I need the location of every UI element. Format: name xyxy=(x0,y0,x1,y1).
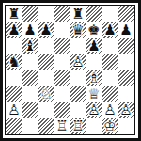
piece-black-pawn: ♟ xyxy=(87,38,100,54)
square-e1[interactable]: ♖ xyxy=(70,118,86,134)
square-h5[interactable] xyxy=(118,54,134,70)
square-b6[interactable]: ♝ xyxy=(22,38,38,54)
square-b4[interactable] xyxy=(22,70,38,86)
square-c2[interactable] xyxy=(38,102,54,118)
square-c1[interactable] xyxy=(38,118,54,134)
square-e7[interactable]: ♛ xyxy=(70,22,86,38)
square-b2[interactable] xyxy=(22,102,38,118)
piece-black-pawn: ♟ xyxy=(119,22,132,38)
piece-white-knight: ♘ xyxy=(39,86,52,102)
square-b3[interactable] xyxy=(22,86,38,102)
square-h1[interactable] xyxy=(118,118,134,134)
square-f6[interactable]: ♟ xyxy=(86,38,102,54)
square-f7[interactable]: ♚ xyxy=(86,22,102,38)
square-e3[interactable] xyxy=(70,86,86,102)
square-g4[interactable] xyxy=(102,70,118,86)
square-a6[interactable] xyxy=(6,38,22,54)
square-c7[interactable]: ♟ xyxy=(38,22,54,38)
piece-black-pawn: ♟ xyxy=(39,22,52,38)
square-g7[interactable]: ♟ xyxy=(102,22,118,38)
square-h3[interactable] xyxy=(118,86,134,102)
square-c5[interactable] xyxy=(38,54,54,70)
square-f5[interactable] xyxy=(86,54,102,70)
square-g3[interactable] xyxy=(102,86,118,102)
square-b8[interactable] xyxy=(22,6,38,22)
square-h2[interactable]: ♙ xyxy=(118,102,134,118)
piece-black-rook: ♜ xyxy=(71,6,84,22)
square-d3[interactable] xyxy=(54,86,70,102)
square-d8[interactable] xyxy=(54,6,70,22)
board-frame: ♜♜♟♟♟♛♚♟♟♝♟♞♙♗♘♕♙♙♙♙♖♖♔ xyxy=(0,0,141,141)
square-b7[interactable]: ♟ xyxy=(22,22,38,38)
piece-black-rook: ♜ xyxy=(7,6,20,22)
square-g8[interactable] xyxy=(102,6,118,22)
square-a7[interactable]: ♟ xyxy=(6,22,22,38)
square-c6[interactable] xyxy=(38,38,54,54)
piece-white-pawn: ♙ xyxy=(71,54,84,70)
piece-white-king: ♔ xyxy=(103,118,116,134)
square-d5[interactable] xyxy=(54,54,70,70)
piece-white-pawn: ♙ xyxy=(87,102,100,118)
square-d1[interactable]: ♖ xyxy=(54,118,70,134)
piece-white-rook: ♖ xyxy=(71,118,84,134)
piece-white-pawn: ♙ xyxy=(119,102,132,118)
piece-black-knight: ♞ xyxy=(7,54,20,70)
square-g1[interactable]: ♔ xyxy=(102,118,118,134)
square-e8[interactable]: ♜ xyxy=(70,6,86,22)
square-e4[interactable] xyxy=(70,70,86,86)
square-f2[interactable]: ♙ xyxy=(86,102,102,118)
square-e6[interactable] xyxy=(70,38,86,54)
square-a8[interactable]: ♜ xyxy=(6,6,22,22)
square-h6[interactable] xyxy=(118,38,134,54)
square-a4[interactable] xyxy=(6,70,22,86)
square-g6[interactable] xyxy=(102,38,118,54)
square-h7[interactable]: ♟ xyxy=(118,22,134,38)
square-a2[interactable]: ♙ xyxy=(6,102,22,118)
square-f3[interactable]: ♕ xyxy=(86,86,102,102)
square-d6[interactable] xyxy=(54,38,70,54)
square-h8[interactable] xyxy=(118,6,134,22)
piece-white-pawn: ♙ xyxy=(7,102,20,118)
piece-white-rook: ♖ xyxy=(55,118,68,134)
square-f8[interactable] xyxy=(86,6,102,22)
square-b1[interactable] xyxy=(22,118,38,134)
piece-white-pawn: ♙ xyxy=(103,102,116,118)
square-b5[interactable] xyxy=(22,54,38,70)
piece-black-pawn: ♟ xyxy=(103,22,116,38)
square-d7[interactable] xyxy=(54,22,70,38)
square-e2[interactable] xyxy=(70,102,86,118)
square-e5[interactable]: ♙ xyxy=(70,54,86,70)
square-a3[interactable] xyxy=(6,86,22,102)
piece-white-bishop: ♗ xyxy=(87,70,100,86)
square-c3[interactable]: ♘ xyxy=(38,86,54,102)
square-h4[interactable] xyxy=(118,70,134,86)
square-a5[interactable]: ♞ xyxy=(6,54,22,70)
square-g2[interactable]: ♙ xyxy=(102,102,118,118)
square-a1[interactable] xyxy=(6,118,22,134)
square-g5[interactable] xyxy=(102,54,118,70)
piece-black-pawn: ♟ xyxy=(23,22,36,38)
piece-black-pawn: ♟ xyxy=(7,22,20,38)
chess-board: ♜♜♟♟♟♛♚♟♟♝♟♞♙♗♘♕♙♙♙♙♖♖♔ xyxy=(5,5,135,135)
square-f4[interactable]: ♗ xyxy=(86,70,102,86)
square-d2[interactable] xyxy=(54,102,70,118)
piece-white-queen: ♕ xyxy=(87,86,100,102)
square-d4[interactable] xyxy=(54,70,70,86)
square-f1[interactable] xyxy=(86,118,102,134)
piece-black-queen: ♛ xyxy=(71,22,84,38)
square-c4[interactable] xyxy=(38,70,54,86)
piece-black-king: ♚ xyxy=(87,22,100,38)
square-c8[interactable] xyxy=(38,6,54,22)
piece-black-bishop: ♝ xyxy=(23,38,36,54)
